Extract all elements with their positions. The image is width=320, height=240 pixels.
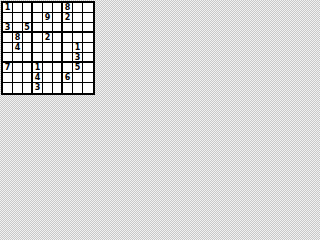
sudoku-cell-r8c3[interactable] [23, 73, 33, 83]
sudoku-cell-r7c7[interactable] [63, 63, 73, 73]
sudoku-cell-r2c9[interactable] [83, 13, 93, 23]
sudoku-cell-r4c8[interactable] [73, 33, 83, 43]
sudoku-cell-r4c6[interactable] [53, 33, 63, 43]
sudoku-cell-r1c2[interactable] [13, 3, 23, 13]
sudoku-cell-r3c4[interactable] [33, 23, 43, 33]
sudoku-cell-r9c1[interactable] [3, 83, 13, 93]
sudoku-cell-r9c9[interactable] [83, 83, 93, 93]
sudoku-cell-r1c5[interactable] [43, 3, 53, 13]
sudoku-cell-r8c4[interactable]: 4 [33, 73, 43, 83]
sudoku-cell-r1c6[interactable] [53, 3, 63, 13]
sudoku-cell-r1c7[interactable]: 8 [63, 3, 73, 13]
sudoku-cell-r2c5[interactable]: 9 [43, 13, 53, 23]
sudoku-board: 18923582413715463 [1, 1, 95, 95]
sudoku-cell-r7c4[interactable]: 1 [33, 63, 43, 73]
sudoku-cell-r7c6[interactable] [53, 63, 63, 73]
sudoku-cell-r6c1[interactable] [3, 53, 13, 63]
sudoku-cell-r3c1[interactable]: 3 [3, 23, 13, 33]
sudoku-cell-r1c8[interactable] [73, 3, 83, 13]
sudoku-cell-r1c4[interactable] [33, 3, 43, 13]
sudoku-cell-r3c6[interactable] [53, 23, 63, 33]
sudoku-cell-r7c9[interactable] [83, 63, 93, 73]
sudoku-cell-r4c1[interactable] [3, 33, 13, 43]
sudoku-cell-r9c3[interactable] [23, 83, 33, 93]
sudoku-cell-r5c4[interactable] [33, 43, 43, 53]
sudoku-cell-r7c5[interactable] [43, 63, 53, 73]
sudoku-cell-r3c7[interactable] [63, 23, 73, 33]
sudoku-cell-r5c5[interactable] [43, 43, 53, 53]
sudoku-cell-r4c7[interactable] [63, 33, 73, 43]
sudoku-cell-r2c2[interactable] [13, 13, 23, 23]
sudoku-cell-r8c9[interactable] [83, 73, 93, 83]
sudoku-cell-r2c3[interactable] [23, 13, 33, 23]
sudoku-cell-r8c2[interactable] [13, 73, 23, 83]
sudoku-cell-r5c7[interactable] [63, 43, 73, 53]
sudoku-cell-r9c5[interactable] [43, 83, 53, 93]
sudoku-cell-r8c6[interactable] [53, 73, 63, 83]
sudoku-cell-r3c2[interactable] [13, 23, 23, 33]
sudoku-cell-r3c5[interactable] [43, 23, 53, 33]
sudoku-cell-r6c2[interactable] [13, 53, 23, 63]
sudoku-cell-r2c1[interactable] [3, 13, 13, 23]
sudoku-cell-r9c8[interactable] [73, 83, 83, 93]
sudoku-cell-r8c5[interactable] [43, 73, 53, 83]
sudoku-cell-r4c5[interactable]: 2 [43, 33, 53, 43]
sudoku-cell-r1c1[interactable]: 1 [3, 3, 13, 13]
sudoku-cell-r3c3[interactable]: 5 [23, 23, 33, 33]
sudoku-cell-r6c9[interactable] [83, 53, 93, 63]
sudoku-cell-r9c4[interactable]: 3 [33, 83, 43, 93]
sudoku-cell-r2c4[interactable] [33, 13, 43, 23]
sudoku-cell-r2c7[interactable]: 2 [63, 13, 73, 23]
sudoku-cell-r6c8[interactable]: 3 [73, 53, 83, 63]
sudoku-cell-r7c3[interactable] [23, 63, 33, 73]
sudoku-cell-r5c3[interactable] [23, 43, 33, 53]
sudoku-cell-r6c5[interactable] [43, 53, 53, 63]
sudoku-cell-r8c1[interactable] [3, 73, 13, 83]
sudoku-cell-r1c3[interactable] [23, 3, 33, 13]
sudoku-cell-r3c8[interactable] [73, 23, 83, 33]
sudoku-cell-r5c2[interactable]: 4 [13, 43, 23, 53]
sudoku-cell-r7c1[interactable]: 7 [3, 63, 13, 73]
sudoku-cell-r9c7[interactable] [63, 83, 73, 93]
sudoku-cell-r4c9[interactable] [83, 33, 93, 43]
sudoku-cell-r8c8[interactable] [73, 73, 83, 83]
sudoku-cell-r6c6[interactable] [53, 53, 63, 63]
sudoku-cell-r4c2[interactable]: 8 [13, 33, 23, 43]
sudoku-cell-r7c2[interactable] [13, 63, 23, 73]
sudoku-cell-r7c8[interactable]: 5 [73, 63, 83, 73]
sudoku-cell-r2c6[interactable] [53, 13, 63, 23]
sudoku-cell-r4c3[interactable] [23, 33, 33, 43]
sudoku-cell-r8c7[interactable]: 6 [63, 73, 73, 83]
sudoku-cell-r4c4[interactable] [33, 33, 43, 43]
sudoku-cell-r1c9[interactable] [83, 3, 93, 13]
sudoku-cell-r6c7[interactable] [63, 53, 73, 63]
sudoku-cell-r5c9[interactable] [83, 43, 93, 53]
sudoku-cell-r5c1[interactable] [3, 43, 13, 53]
sudoku-cell-r9c2[interactable] [13, 83, 23, 93]
sudoku-cell-r2c8[interactable] [73, 13, 83, 23]
sudoku-cell-r3c9[interactable] [83, 23, 93, 33]
sudoku-cell-r6c3[interactable] [23, 53, 33, 63]
sudoku-cell-r5c6[interactable] [53, 43, 63, 53]
sudoku-cell-r6c4[interactable] [33, 53, 43, 63]
sudoku-cell-r5c8[interactable]: 1 [73, 43, 83, 53]
sudoku-cell-r9c6[interactable] [53, 83, 63, 93]
